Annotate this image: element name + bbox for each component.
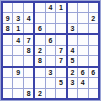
sudoku-cell-r7c6[interactable] bbox=[56, 68, 65, 77]
sudoku-cell-r8c4[interactable] bbox=[35, 78, 44, 87]
sudoku-cell-r1c6[interactable]: 1 bbox=[56, 3, 65, 12]
sudoku-box-5: 62787 bbox=[35, 35, 65, 65]
sudoku-cell-r1c5[interactable]: 4 bbox=[46, 3, 55, 12]
sudoku-cell-r9c8[interactable] bbox=[78, 89, 87, 98]
sudoku-cell-r8c2[interactable] bbox=[13, 78, 22, 87]
sudoku-cell-r9c4[interactable]: 2 bbox=[35, 89, 44, 98]
sudoku-board-frame: 934814162347862787459835226634 bbox=[0, 0, 101, 101]
sudoku-cell-r6c4[interactable]: 8 bbox=[35, 56, 44, 65]
sudoku-cell-r3c3[interactable] bbox=[24, 24, 33, 33]
sudoku-cell-r9c9[interactable] bbox=[89, 89, 98, 98]
sudoku-cell-r9c2[interactable] bbox=[13, 89, 22, 98]
sudoku-box-6: 45 bbox=[68, 35, 98, 65]
sudoku-box-4: 478 bbox=[3, 35, 33, 65]
sudoku-cell-r9c7[interactable] bbox=[68, 89, 77, 98]
sudoku-cell-r5c9[interactable] bbox=[89, 46, 98, 55]
sudoku-cell-r1c8[interactable] bbox=[78, 3, 87, 12]
sudoku-cell-r6c2[interactable] bbox=[13, 56, 22, 65]
sudoku-cell-r3c4[interactable]: 6 bbox=[35, 24, 44, 33]
sudoku-cell-r4c4[interactable] bbox=[35, 35, 44, 44]
sudoku-cell-r8c9[interactable] bbox=[89, 78, 98, 87]
sudoku-cell-r1c7[interactable] bbox=[68, 3, 77, 12]
sudoku-cell-r8c6[interactable]: 5 bbox=[56, 78, 65, 87]
sudoku-cell-r5c3[interactable]: 8 bbox=[24, 46, 33, 55]
sudoku-cell-r8c7[interactable]: 3 bbox=[68, 78, 77, 87]
sudoku-cell-r3c6[interactable] bbox=[56, 24, 65, 33]
sudoku-cell-r8c8[interactable]: 4 bbox=[78, 78, 87, 87]
sudoku-cell-r6c3[interactable] bbox=[24, 56, 33, 65]
sudoku-cell-r4c1[interactable] bbox=[3, 35, 12, 44]
sudoku-box-7: 98 bbox=[3, 68, 33, 98]
sudoku-cell-r5c7[interactable]: 4 bbox=[68, 46, 77, 55]
sudoku-box-2: 416 bbox=[35, 3, 65, 33]
sudoku-cell-r2c6[interactable] bbox=[56, 13, 65, 22]
sudoku-cell-r1c3[interactable] bbox=[24, 3, 33, 12]
sudoku-box-3: 23 bbox=[68, 3, 98, 33]
sudoku-cell-r1c1[interactable] bbox=[3, 3, 12, 12]
sudoku-cell-r5c5[interactable] bbox=[46, 46, 55, 55]
sudoku-cell-r2c4[interactable] bbox=[35, 13, 44, 22]
sudoku-cell-r5c8[interactable] bbox=[78, 46, 87, 55]
sudoku-cell-r9c3[interactable]: 8 bbox=[24, 89, 33, 98]
sudoku-cell-r2c2[interactable]: 3 bbox=[13, 13, 22, 22]
sudoku-box-1: 93481 bbox=[3, 3, 33, 33]
sudoku-cell-r6c9[interactable] bbox=[89, 56, 98, 65]
sudoku-cell-r7c4[interactable] bbox=[35, 68, 44, 77]
sudoku-cell-r6c7[interactable]: 5 bbox=[68, 56, 77, 65]
sudoku-cell-r3c1[interactable]: 8 bbox=[3, 24, 12, 33]
sudoku-cell-r5c2[interactable] bbox=[13, 46, 22, 55]
sudoku-cell-r9c1[interactable] bbox=[3, 89, 12, 98]
sudoku-cell-r7c8[interactable]: 6 bbox=[78, 68, 87, 77]
sudoku-cell-r2c9[interactable]: 2 bbox=[89, 13, 98, 22]
sudoku-cell-r4c8[interactable] bbox=[78, 35, 87, 44]
sudoku-cell-r4c7[interactable] bbox=[68, 35, 77, 44]
sudoku-cell-r2c5[interactable] bbox=[46, 13, 55, 22]
sudoku-cell-r6c1[interactable] bbox=[3, 56, 12, 65]
sudoku-cell-r3c8[interactable] bbox=[78, 24, 87, 33]
sudoku-box-8: 352 bbox=[35, 68, 65, 98]
sudoku-board: 934814162347862787459835226634 bbox=[1, 1, 100, 100]
sudoku-cell-r3c7[interactable]: 3 bbox=[68, 24, 77, 33]
sudoku-cell-r4c2[interactable]: 4 bbox=[13, 35, 22, 44]
sudoku-cell-r3c9[interactable] bbox=[89, 24, 98, 33]
sudoku-cell-r9c6[interactable] bbox=[56, 89, 65, 98]
sudoku-cell-r1c9[interactable] bbox=[89, 3, 98, 12]
sudoku-cell-r7c1[interactable] bbox=[3, 68, 12, 77]
sudoku-cell-r7c2[interactable]: 9 bbox=[13, 68, 22, 77]
sudoku-cell-r7c3[interactable] bbox=[24, 68, 33, 77]
sudoku-cell-r7c7[interactable]: 2 bbox=[68, 68, 77, 77]
sudoku-cell-r3c5[interactable] bbox=[46, 24, 55, 33]
sudoku-cell-r8c3[interactable] bbox=[24, 78, 33, 87]
sudoku-cell-r1c4[interactable] bbox=[35, 3, 44, 12]
sudoku-cell-r8c1[interactable] bbox=[3, 78, 12, 87]
sudoku-cell-r6c6[interactable]: 7 bbox=[56, 56, 65, 65]
sudoku-cell-r5c6[interactable]: 7 bbox=[56, 46, 65, 55]
sudoku-cell-r6c5[interactable] bbox=[46, 56, 55, 65]
sudoku-box-9: 26634 bbox=[68, 68, 98, 98]
sudoku-cell-r2c3[interactable]: 4 bbox=[24, 13, 33, 22]
sudoku-cell-r3c2[interactable]: 1 bbox=[13, 24, 22, 33]
sudoku-cell-r4c5[interactable]: 6 bbox=[46, 35, 55, 44]
sudoku-cell-r2c1[interactable]: 9 bbox=[3, 13, 12, 22]
sudoku-cell-r9c5[interactable] bbox=[46, 89, 55, 98]
sudoku-cell-r5c1[interactable] bbox=[3, 46, 12, 55]
sudoku-cell-r5c4[interactable]: 2 bbox=[35, 46, 44, 55]
sudoku-cell-r4c9[interactable] bbox=[89, 35, 98, 44]
sudoku-cell-r2c8[interactable] bbox=[78, 13, 87, 22]
sudoku-cell-r7c9[interactable]: 6 bbox=[89, 68, 98, 77]
sudoku-cell-r4c3[interactable]: 7 bbox=[24, 35, 33, 44]
sudoku-cell-r1c2[interactable] bbox=[13, 3, 22, 12]
sudoku-cell-r6c8[interactable] bbox=[78, 56, 87, 65]
sudoku-cell-r4c6[interactable] bbox=[56, 35, 65, 44]
sudoku-cell-r8c5[interactable] bbox=[46, 78, 55, 87]
sudoku-cell-r2c7[interactable] bbox=[68, 13, 77, 22]
sudoku-cell-r7c5[interactable]: 3 bbox=[46, 68, 55, 77]
